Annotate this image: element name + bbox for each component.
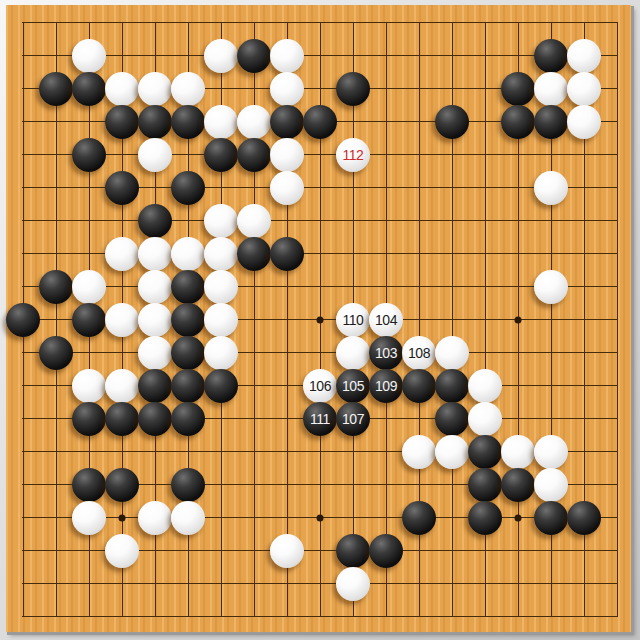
stone-black (39, 270, 73, 304)
stone-white (204, 336, 238, 370)
stone-black (402, 501, 436, 535)
stone-black-move-103: 103 (369, 336, 403, 370)
stone-black (501, 468, 535, 502)
stone-white (204, 204, 238, 238)
stone-white (435, 435, 469, 469)
move-number-label: 110 (343, 313, 364, 327)
stone-black (468, 435, 502, 469)
stone-black (138, 369, 172, 403)
stone-white (534, 270, 568, 304)
stone-white (138, 138, 172, 172)
stone-white (270, 72, 304, 106)
stone-black (105, 171, 139, 205)
stone-white (171, 72, 205, 106)
stone-black (237, 138, 271, 172)
stone-black (105, 105, 139, 139)
stone-white (468, 402, 502, 436)
stone-black (468, 501, 502, 535)
stone-black (435, 402, 469, 436)
grid-line-horizontal (22, 616, 617, 617)
stone-white (105, 534, 139, 568)
stone-black (6, 303, 40, 337)
stone-black (501, 72, 535, 106)
stone-black (402, 369, 436, 403)
stone-black (501, 105, 535, 139)
grid-line-horizontal (22, 352, 617, 353)
stone-black (171, 369, 205, 403)
move-number-label: 105 (342, 379, 364, 393)
stone-white (72, 39, 106, 73)
stone-white (468, 369, 502, 403)
move-number-label: 108 (408, 346, 430, 360)
move-number-label: 106 (309, 379, 331, 393)
stone-white (105, 369, 139, 403)
stone-black (171, 468, 205, 502)
stone-black (534, 39, 568, 73)
star-point (515, 316, 522, 323)
stone-black (72, 402, 106, 436)
stone-white-move-110: 110 (336, 303, 370, 337)
stone-white (336, 336, 370, 370)
stone-white (138, 336, 172, 370)
stone-white (138, 501, 172, 535)
stone-black (270, 105, 304, 139)
stone-black (72, 72, 106, 106)
stone-black (39, 72, 73, 106)
stone-black (105, 468, 139, 502)
grid-line-horizontal (22, 583, 617, 584)
stone-black (237, 237, 271, 271)
stone-white (105, 72, 139, 106)
star-point (317, 316, 324, 323)
go-board-frame: 112110104103108106105109111107 (0, 0, 640, 640)
stone-white-move-112: 112 (336, 138, 370, 172)
stone-white (138, 72, 172, 106)
stone-white (567, 105, 601, 139)
stone-white (72, 501, 106, 535)
stone-white (567, 39, 601, 73)
stone-white (171, 237, 205, 271)
stone-white (204, 105, 238, 139)
stone-white (534, 72, 568, 106)
move-number-label: 109 (375, 379, 397, 393)
stone-black (369, 534, 403, 568)
stone-black-move-111: 111 (303, 402, 337, 436)
stone-white-move-106: 106 (303, 369, 337, 403)
stone-black (435, 369, 469, 403)
stone-white (237, 204, 271, 238)
stone-black-move-107: 107 (336, 402, 370, 436)
stone-black (171, 402, 205, 436)
move-number-label: 107 (342, 412, 364, 426)
stone-white (270, 171, 304, 205)
stone-black (336, 72, 370, 106)
stone-white (138, 270, 172, 304)
last-move-number-label: 112 (343, 148, 364, 162)
stone-white (105, 237, 139, 271)
stone-black (171, 336, 205, 370)
stone-white (534, 435, 568, 469)
stone-white (204, 39, 238, 73)
stone-white (204, 237, 238, 271)
move-number-label: 104 (375, 313, 397, 327)
star-point (515, 514, 522, 521)
stone-black (567, 501, 601, 535)
stone-white (534, 468, 568, 502)
stone-black (468, 468, 502, 502)
move-number-label: 111 (310, 412, 330, 426)
stone-black-move-105: 105 (336, 369, 370, 403)
stone-black (138, 105, 172, 139)
stone-black (105, 402, 139, 436)
stone-black (138, 204, 172, 238)
stone-white (204, 303, 238, 337)
stone-black (534, 501, 568, 535)
stone-white (270, 138, 304, 172)
stone-white-move-108: 108 (402, 336, 436, 370)
stone-black (39, 336, 73, 370)
stone-black-move-109: 109 (369, 369, 403, 403)
stone-black (204, 138, 238, 172)
stone-white (270, 534, 304, 568)
stone-white (171, 501, 205, 535)
stone-black (171, 303, 205, 337)
stone-white (72, 270, 106, 304)
stone-black (171, 171, 205, 205)
stone-black (270, 237, 304, 271)
stone-black (72, 468, 106, 502)
stone-black (171, 270, 205, 304)
stone-black (435, 105, 469, 139)
stone-white (402, 435, 436, 469)
stone-black (72, 303, 106, 337)
stone-white (534, 171, 568, 205)
stone-white (501, 435, 535, 469)
stone-white (567, 72, 601, 106)
move-number-label: 103 (375, 346, 397, 360)
stone-white (204, 270, 238, 304)
stone-black (72, 138, 106, 172)
stone-black (171, 105, 205, 139)
stone-white (72, 369, 106, 403)
stone-white (435, 336, 469, 370)
stone-black (534, 105, 568, 139)
stone-white (270, 39, 304, 73)
stone-white (237, 105, 271, 139)
stone-white (138, 237, 172, 271)
stone-black (204, 369, 238, 403)
star-point (317, 514, 324, 521)
stone-white (105, 303, 139, 337)
stone-black (336, 534, 370, 568)
stone-black (138, 402, 172, 436)
go-board[interactable]: 112110104103108106105109111107 (6, 5, 631, 632)
stone-black (303, 105, 337, 139)
star-point (119, 514, 126, 521)
stone-black (237, 39, 271, 73)
stone-white-move-104: 104 (369, 303, 403, 337)
stone-white (138, 303, 172, 337)
grid-line-vertical (617, 22, 618, 617)
stone-white (336, 567, 370, 601)
